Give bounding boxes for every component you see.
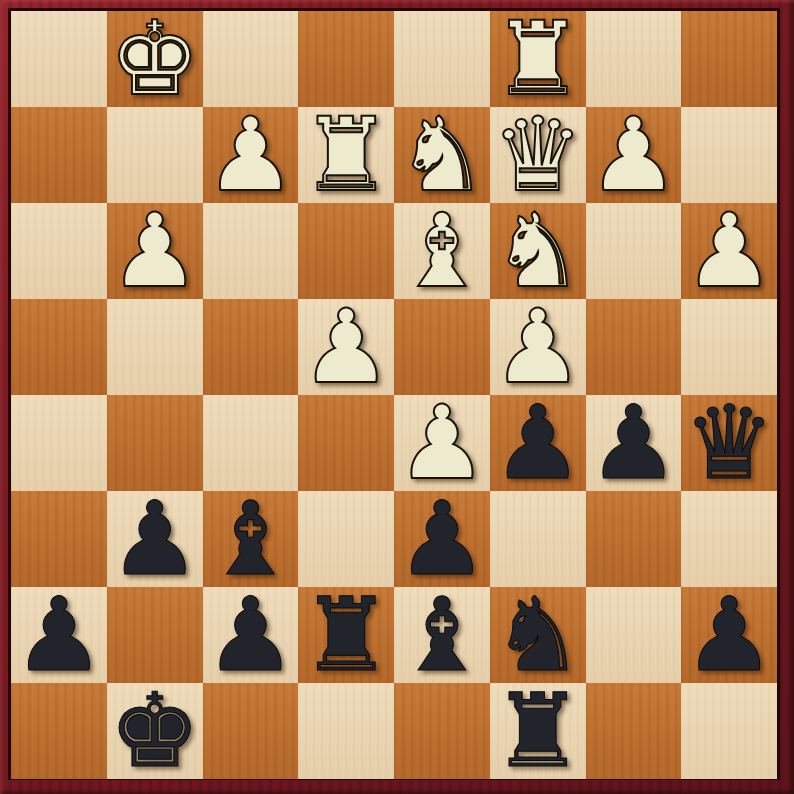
square-c5[interactable] [203, 299, 299, 395]
square-f5[interactable]: ♟ [490, 299, 586, 395]
square-d2[interactable]: ♜ [298, 587, 394, 683]
white-knight-f6[interactable]: ♞ [492, 203, 583, 299]
square-c8[interactable] [203, 11, 299, 107]
square-h1[interactable] [681, 683, 777, 779]
white-pawn-e4[interactable]: ♟ [396, 395, 487, 491]
square-a4[interactable] [11, 395, 107, 491]
white-rook-d7[interactable]: ♜ [300, 107, 391, 203]
white-rook-f8[interactable]: ♜ [492, 11, 583, 107]
square-d3[interactable] [298, 491, 394, 587]
square-c1[interactable] [203, 683, 299, 779]
square-g6[interactable] [586, 203, 682, 299]
square-a6[interactable] [11, 203, 107, 299]
black-pawn-f4[interactable]: ♟ [492, 395, 583, 491]
square-b2[interactable] [107, 587, 203, 683]
square-c6[interactable] [203, 203, 299, 299]
square-d6[interactable] [298, 203, 394, 299]
square-c2[interactable]: ♟ [203, 587, 299, 683]
square-h4[interactable]: ♛ [681, 395, 777, 491]
square-e3[interactable]: ♟ [394, 491, 490, 587]
black-bishop-e2[interactable]: ♝ [396, 587, 487, 683]
board-frame: ♚♜♟♜♞♛♟♟♝♞♟♟♟♟♟♟♛♟♝♟♟♟♜♝♞♟♚♜ [0, 0, 794, 794]
square-b1[interactable]: ♚ [107, 683, 203, 779]
black-bishop-c3[interactable]: ♝ [205, 491, 296, 587]
square-f8[interactable]: ♜ [490, 11, 586, 107]
square-a7[interactable] [11, 107, 107, 203]
square-c3[interactable]: ♝ [203, 491, 299, 587]
square-c7[interactable]: ♟ [203, 107, 299, 203]
square-e4[interactable]: ♟ [394, 395, 490, 491]
white-pawn-c7[interactable]: ♟ [205, 107, 296, 203]
square-b3[interactable]: ♟ [107, 491, 203, 587]
square-g2[interactable] [586, 587, 682, 683]
square-g8[interactable] [586, 11, 682, 107]
white-pawn-g7[interactable]: ♟ [588, 107, 679, 203]
black-pawn-b3[interactable]: ♟ [109, 491, 200, 587]
square-g1[interactable] [586, 683, 682, 779]
square-b4[interactable] [107, 395, 203, 491]
square-h6[interactable]: ♟ [681, 203, 777, 299]
square-e1[interactable] [394, 683, 490, 779]
square-f7[interactable]: ♛ [490, 107, 586, 203]
black-king-b1[interactable]: ♚ [109, 683, 200, 779]
black-pawn-e3[interactable]: ♟ [396, 491, 487, 587]
square-g4[interactable]: ♟ [586, 395, 682, 491]
black-knight-f2[interactable]: ♞ [492, 587, 583, 683]
square-d8[interactable] [298, 11, 394, 107]
square-h8[interactable] [681, 11, 777, 107]
white-pawn-f5[interactable]: ♟ [492, 299, 583, 395]
square-d5[interactable]: ♟ [298, 299, 394, 395]
square-b7[interactable] [107, 107, 203, 203]
black-pawn-g4[interactable]: ♟ [588, 395, 679, 491]
square-g7[interactable]: ♟ [586, 107, 682, 203]
white-bishop-e6[interactable]: ♝ [396, 203, 487, 299]
black-queen-h4[interactable]: ♛ [683, 395, 774, 491]
black-pawn-h2[interactable]: ♟ [683, 587, 774, 683]
square-b5[interactable] [107, 299, 203, 395]
square-d7[interactable]: ♜ [298, 107, 394, 203]
chess-board: ♚♜♟♜♞♛♟♟♝♞♟♟♟♟♟♟♛♟♝♟♟♟♜♝♞♟♚♜ [8, 8, 780, 780]
square-a3[interactable] [11, 491, 107, 587]
square-a1[interactable] [11, 683, 107, 779]
square-b8[interactable]: ♚ [107, 11, 203, 107]
white-pawn-h6[interactable]: ♟ [683, 203, 774, 299]
square-c4[interactable] [203, 395, 299, 491]
square-h3[interactable] [681, 491, 777, 587]
square-h2[interactable]: ♟ [681, 587, 777, 683]
square-h7[interactable] [681, 107, 777, 203]
square-g3[interactable] [586, 491, 682, 587]
square-e2[interactable]: ♝ [394, 587, 490, 683]
square-f3[interactable] [490, 491, 586, 587]
square-f4[interactable]: ♟ [490, 395, 586, 491]
white-pawn-d5[interactable]: ♟ [300, 299, 391, 395]
white-king-b8[interactable]: ♚ [109, 11, 200, 107]
square-b6[interactable]: ♟ [107, 203, 203, 299]
square-a8[interactable] [11, 11, 107, 107]
black-rook-f1[interactable]: ♜ [492, 683, 583, 779]
square-a2[interactable]: ♟ [11, 587, 107, 683]
square-f2[interactable]: ♞ [490, 587, 586, 683]
white-queen-f7[interactable]: ♛ [492, 107, 583, 203]
black-pawn-c2[interactable]: ♟ [205, 587, 296, 683]
square-e7[interactable]: ♞ [394, 107, 490, 203]
square-g5[interactable] [586, 299, 682, 395]
square-e8[interactable] [394, 11, 490, 107]
white-pawn-b6[interactable]: ♟ [109, 203, 200, 299]
square-a5[interactable] [11, 299, 107, 395]
square-h5[interactable] [681, 299, 777, 395]
square-e6[interactable]: ♝ [394, 203, 490, 299]
square-d4[interactable] [298, 395, 394, 491]
white-knight-e7[interactable]: ♞ [396, 107, 487, 203]
square-f1[interactable]: ♜ [490, 683, 586, 779]
square-e5[interactable] [394, 299, 490, 395]
square-f6[interactable]: ♞ [490, 203, 586, 299]
black-pawn-a2[interactable]: ♟ [13, 587, 104, 683]
square-d1[interactable] [298, 683, 394, 779]
black-rook-d2[interactable]: ♜ [300, 587, 391, 683]
